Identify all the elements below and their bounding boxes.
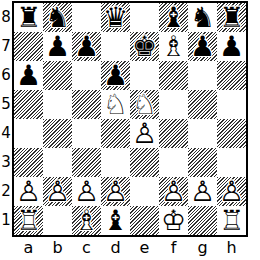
square-g5[interactable] [188,90,217,119]
square-g1[interactable] [188,206,217,235]
square-c3[interactable] [72,148,101,177]
black-rook-glyph: ♜ [14,3,43,32]
white-pawn-outline: ♙ [159,177,188,206]
white-pawn-outline: ♙ [72,177,101,206]
white-knight-outline: ♘ [101,90,130,119]
square-g2[interactable]: ♟♙ [188,177,217,206]
black-pawn-glyph: ♟ [72,32,101,61]
black-knight-glyph: ♞ [43,3,72,32]
square-c1[interactable]: ♝♗ [72,206,101,235]
square-e1[interactable] [130,206,159,235]
white-rook[interactable]: ♜♖ [14,206,43,235]
square-a7[interactable] [14,32,43,61]
black-knight[interactable]: ♞ [43,3,72,32]
square-g3[interactable] [188,148,217,177]
square-d5[interactable]: ♞♘ [101,90,130,119]
black-rook[interactable]: ♜ [14,3,43,32]
black-pawn[interactable]: ♟ [14,61,43,90]
square-a5[interactable] [14,90,43,119]
square-d7[interactable] [101,32,130,61]
square-b7[interactable]: ♟ [43,32,72,61]
square-c8[interactable] [72,3,101,32]
square-f3[interactable] [159,148,188,177]
black-pawn-glyph: ♟ [43,32,72,61]
file-label-a: a [14,237,43,259]
square-g4[interactable] [188,119,217,148]
square-e4[interactable]: ♟♙ [130,119,159,148]
square-c5[interactable] [72,90,101,119]
black-king-glyph: ♚ [130,32,159,61]
square-c2[interactable]: ♟♙ [72,177,101,206]
file-label-c: c [72,237,101,259]
white-pawn[interactable]: ♟♙ [101,177,130,206]
square-h1[interactable]: ♜♖ [217,206,246,235]
square-f5[interactable] [159,90,188,119]
square-a2[interactable]: ♟♙ [14,177,43,206]
square-e8[interactable] [130,3,159,32]
square-f8[interactable]: ♝ [159,3,188,32]
rank-labels: 87654321 [0,3,12,235]
rank-label-2: 2 [0,177,12,206]
square-f6[interactable] [159,61,188,90]
file-label-f: f [159,237,188,259]
rank-label-4: 4 [0,119,12,148]
white-knight[interactable]: ♞♘ [101,90,130,119]
square-a1[interactable]: ♜♖ [14,206,43,235]
white-pawn[interactable]: ♟♙ [43,177,72,206]
square-d4[interactable] [101,119,130,148]
black-knight-glyph: ♞ [188,3,217,32]
chess-board[interactable]: ♜♞♛♝♞♜♟♟♚♝♗♟♟♟♟♞♘♞♘♟♙♟♙♟♙♟♙♟♙♟♙♟♙♟♙♜♖♝♗♝… [12,1,248,237]
black-queen-glyph: ♛ [101,3,130,32]
rank-label-8: 8 [0,3,12,32]
white-bishop-outline: ♗ [159,32,188,61]
file-label-g: g [188,237,217,259]
white-bishop-outline: ♗ [72,206,101,235]
white-pawn-outline: ♙ [130,119,159,148]
black-pawn-glyph: ♟ [101,61,130,90]
square-c6[interactable] [72,61,101,90]
white-pawn[interactable]: ♟♙ [217,177,246,206]
black-pawn-glyph: ♟ [188,32,217,61]
square-f1[interactable]: ♚♔ [159,206,188,235]
black-pawn[interactable]: ♟ [101,61,130,90]
white-pawn[interactable]: ♟♙ [159,177,188,206]
square-h3[interactable] [217,148,246,177]
square-e7[interactable]: ♚ [130,32,159,61]
black-pawn[interactable]: ♟ [188,32,217,61]
white-pawn-outline: ♙ [217,177,246,206]
black-rook[interactable]: ♜ [217,3,246,32]
square-h5[interactable] [217,90,246,119]
square-h2[interactable]: ♟♙ [217,177,246,206]
white-pawn-outline: ♙ [188,177,217,206]
square-d2[interactable]: ♟♙ [101,177,130,206]
file-label-e: e [130,237,159,259]
white-bishop[interactable]: ♝♗ [72,206,101,235]
black-pawn-glyph: ♟ [14,61,43,90]
white-pawn-outline: ♙ [43,177,72,206]
white-king[interactable]: ♚♔ [159,206,188,235]
square-b8[interactable]: ♞ [43,3,72,32]
file-label-b: b [43,237,72,259]
white-rook-outline: ♖ [14,206,43,235]
square-c4[interactable] [72,119,101,148]
rank-label-6: 6 [0,61,12,90]
square-h4[interactable] [217,119,246,148]
square-b3[interactable] [43,148,72,177]
square-e5[interactable]: ♞♘ [130,90,159,119]
white-pawn[interactable]: ♟♙ [130,119,159,148]
white-knight[interactable]: ♞♘ [130,90,159,119]
black-bishop[interactable]: ♝ [159,3,188,32]
white-rook[interactable]: ♜♖ [217,206,246,235]
white-rook-outline: ♖ [217,206,246,235]
white-king-outline: ♔ [159,206,188,235]
white-pawn[interactable]: ♟♙ [14,177,43,206]
file-labels: abcdefgh [14,237,246,259]
square-h7[interactable]: ♟ [217,32,246,61]
black-bishop[interactable]: ♝ [101,206,130,235]
black-pawn-glyph: ♟ [217,32,246,61]
black-rook-glyph: ♜ [217,3,246,32]
black-queen[interactable]: ♛ [101,3,130,32]
rank-label-1: 1 [0,206,12,235]
square-f4[interactable] [159,119,188,148]
black-pawn[interactable]: ♟ [72,32,101,61]
square-h8[interactable]: ♜ [217,3,246,32]
square-b5[interactable] [43,90,72,119]
white-pawn-outline: ♙ [101,177,130,206]
square-b6[interactable] [43,61,72,90]
black-bishop-glyph: ♝ [159,3,188,32]
file-label-h: h [217,237,246,259]
square-f2[interactable]: ♟♙ [159,177,188,206]
rank-label-5: 5 [0,90,12,119]
square-b2[interactable]: ♟♙ [43,177,72,206]
square-g7[interactable]: ♟ [188,32,217,61]
square-d8[interactable]: ♛ [101,3,130,32]
white-knight-outline: ♘ [130,90,159,119]
square-e6[interactable] [130,61,159,90]
white-pawn-outline: ♙ [14,177,43,206]
square-h6[interactable] [217,61,246,90]
file-label-d: d [101,237,130,259]
square-c7[interactable]: ♟ [72,32,101,61]
square-g8[interactable]: ♞ [188,3,217,32]
black-knight[interactable]: ♞ [188,3,217,32]
black-pawn[interactable]: ♟ [43,32,72,61]
square-d1[interactable]: ♝ [101,206,130,235]
square-d6[interactable]: ♟ [101,61,130,90]
square-b1[interactable] [43,206,72,235]
square-e2[interactable] [130,177,159,206]
white-pawn[interactable]: ♟♙ [72,177,101,206]
square-a4[interactable] [14,119,43,148]
square-a8[interactable]: ♜ [14,3,43,32]
square-a3[interactable] [14,148,43,177]
white-pawn[interactable]: ♟♙ [188,177,217,206]
white-bishop[interactable]: ♝♗ [159,32,188,61]
rank-label-3: 3 [0,148,12,177]
square-e3[interactable] [130,148,159,177]
black-pawn[interactable]: ♟ [217,32,246,61]
square-f7[interactable]: ♝♗ [159,32,188,61]
square-b4[interactable] [43,119,72,148]
square-g6[interactable] [188,61,217,90]
black-king[interactable]: ♚ [130,32,159,61]
chess-diagram: 87654321 ♜♞♛♝♞♜♟♟♚♝♗♟♟♟♟♞♘♞♘♟♙♟♙♟♙♟♙♟♙♟♙… [0,0,260,260]
black-bishop-glyph: ♝ [101,206,130,235]
rank-label-7: 7 [0,32,12,61]
square-d3[interactable] [101,148,130,177]
square-a6[interactable]: ♟ [14,61,43,90]
